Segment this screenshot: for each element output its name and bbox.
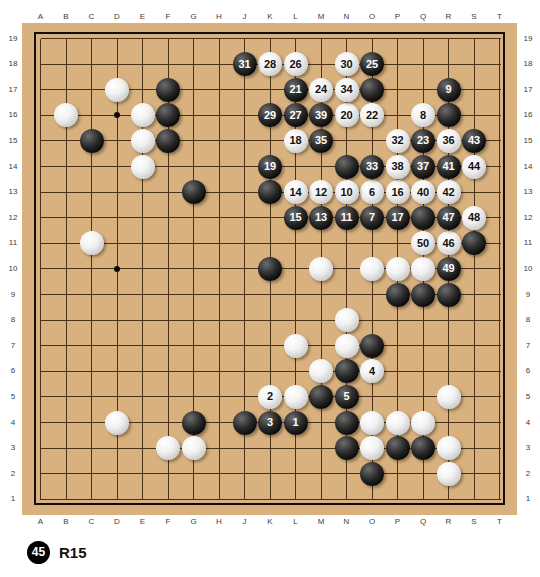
coordinate-label: 8 xyxy=(526,316,530,324)
coordinate-label: B xyxy=(63,518,68,526)
stone-black: 37 xyxy=(411,155,435,179)
coordinate-label: P xyxy=(395,518,400,526)
coordinate-label: H xyxy=(216,13,222,21)
grid-line-horizontal xyxy=(41,473,501,474)
coordinate-label: K xyxy=(267,13,272,21)
stone-number: 27 xyxy=(289,110,301,121)
coordinate-label: 3 xyxy=(11,444,15,452)
grid-line-vertical xyxy=(474,39,475,501)
stone-black: 15 xyxy=(284,206,308,230)
stone-white xyxy=(437,385,461,409)
stone-white: 10 xyxy=(335,180,359,204)
stone-white: 48 xyxy=(462,206,486,230)
stone-number: 4 xyxy=(369,366,375,377)
stone-black xyxy=(156,129,180,153)
coordinate-label: 7 xyxy=(11,342,15,350)
stone-white xyxy=(131,103,155,127)
stone-number: 12 xyxy=(315,187,327,198)
stone-number: 47 xyxy=(442,212,454,223)
coordinate-label: 19 xyxy=(524,35,533,43)
stone-number: 28 xyxy=(264,59,276,70)
stone-number: 6 xyxy=(369,187,375,198)
coordinate-label: O xyxy=(369,13,375,21)
stone-white: 16 xyxy=(386,180,410,204)
stone-white: 6 xyxy=(360,180,384,204)
coordinate-label: Q xyxy=(420,13,426,21)
stone-number: 31 xyxy=(238,59,250,70)
coordinate-label: 2 xyxy=(526,470,530,478)
grid-line-horizontal xyxy=(41,499,501,500)
stone-white: 14 xyxy=(284,180,308,204)
coordinate-label: 18 xyxy=(9,60,18,68)
coordinate-label: 11 xyxy=(9,239,17,247)
stone-number: 8 xyxy=(420,110,426,121)
stone-black xyxy=(437,283,461,307)
coordinate-label: 18 xyxy=(524,60,533,68)
stone-number: 49 xyxy=(442,263,454,274)
stone-white xyxy=(105,78,129,102)
stone-number: 13 xyxy=(315,212,327,223)
kifu-diagram: AABBCCDDEEFFGGHHJJKKLLMMNNOOPPQQRRSSTT19… xyxy=(0,0,540,577)
coordinate-label: S xyxy=(471,13,476,21)
coordinate-label: 4 xyxy=(526,419,530,427)
stone-number: 20 xyxy=(340,110,352,121)
stone-white xyxy=(411,257,435,281)
stone-black: 11 xyxy=(335,206,359,230)
stone-number: 10 xyxy=(340,187,352,198)
stone-black: 13 xyxy=(309,206,333,230)
stone-white: 38 xyxy=(386,155,410,179)
stone-number: 38 xyxy=(391,161,403,172)
coordinate-label: 15 xyxy=(9,137,18,145)
stone-number: 21 xyxy=(289,84,301,95)
grid-line-horizontal xyxy=(41,38,501,39)
coordinate-label: N xyxy=(344,13,350,21)
coordinate-label: 9 xyxy=(526,291,530,299)
coordinate-label: F xyxy=(166,13,171,21)
stone-white: 24 xyxy=(309,78,333,102)
stone-black: 5 xyxy=(335,385,359,409)
coordinate-label: 14 xyxy=(524,163,533,171)
stone-number: 19 xyxy=(264,161,276,172)
stone-black: 17 xyxy=(386,206,410,230)
coordinate-label: C xyxy=(89,13,95,21)
stone-white xyxy=(131,155,155,179)
stone-black xyxy=(335,155,359,179)
stone-black xyxy=(258,257,282,281)
coordinate-label: 1 xyxy=(526,495,530,503)
stone-number: 40 xyxy=(417,187,429,198)
stone-number: 39 xyxy=(315,110,327,121)
stone-black xyxy=(411,436,435,460)
coordinate-label: C xyxy=(89,518,95,526)
stone-number: 3 xyxy=(267,417,273,428)
stone-white xyxy=(284,334,308,358)
coordinate-label: K xyxy=(267,518,272,526)
stone-black xyxy=(80,129,104,153)
stone-number: 25 xyxy=(366,59,378,70)
stone-number: 46 xyxy=(442,238,454,249)
coordinate-label: J xyxy=(243,13,247,21)
stone-white xyxy=(284,385,308,409)
stone-black xyxy=(335,411,359,435)
coordinate-label: E xyxy=(140,13,145,21)
stone-number: 24 xyxy=(315,84,327,95)
stone-black: 31 xyxy=(233,52,257,76)
coordinate-label: J xyxy=(243,518,247,526)
stone-number: 22 xyxy=(366,110,378,121)
grid-line-horizontal xyxy=(41,320,501,321)
stone-black: 35 xyxy=(309,129,333,153)
stone-white: 42 xyxy=(437,180,461,204)
coordinate-label: F xyxy=(166,518,171,526)
stone-white xyxy=(386,411,410,435)
stone-white: 12 xyxy=(309,180,333,204)
coordinate-label: 12 xyxy=(524,214,533,222)
coordinate-label: 12 xyxy=(9,214,18,222)
coordinate-label: M xyxy=(318,518,325,526)
coordinate-label: O xyxy=(369,518,375,526)
stone-white: 32 xyxy=(386,129,410,153)
stone-black xyxy=(437,103,461,127)
stone-number: 34 xyxy=(340,84,352,95)
stone-white xyxy=(80,231,104,255)
stone-number: 30 xyxy=(340,59,352,70)
coordinate-label: 8 xyxy=(11,316,15,324)
stone-black: 49 xyxy=(437,257,461,281)
stone-black xyxy=(360,334,384,358)
stone-white xyxy=(360,411,384,435)
stone-white xyxy=(437,462,461,486)
stone-number: 43 xyxy=(468,135,480,146)
stone-black xyxy=(386,436,410,460)
coordinate-label: 16 xyxy=(9,111,18,119)
stone-white: 20 xyxy=(335,103,359,127)
stone-black xyxy=(309,385,333,409)
coordinate-label: M xyxy=(318,13,325,21)
coordinate-label: 9 xyxy=(11,291,15,299)
coordinate-label: H xyxy=(216,518,222,526)
coordinate-label: R xyxy=(446,13,452,21)
coordinate-label: 5 xyxy=(11,393,15,401)
caption-move-number: 45 xyxy=(32,545,45,559)
coordinate-label: N xyxy=(344,518,350,526)
caption-coordinate: R15 xyxy=(59,544,87,561)
stone-black xyxy=(182,411,206,435)
stone-number: 17 xyxy=(391,212,403,223)
stone-black: 23 xyxy=(411,129,435,153)
coordinate-label: T xyxy=(497,13,502,21)
coordinate-label: B xyxy=(63,13,68,21)
stone-white: 30 xyxy=(335,52,359,76)
stone-number: 7 xyxy=(369,212,375,223)
caption: 45 R15 xyxy=(27,540,87,564)
coordinate-label: 1 xyxy=(11,495,15,503)
stone-white xyxy=(411,411,435,435)
stone-black: 7 xyxy=(360,206,384,230)
coordinate-label: 17 xyxy=(524,86,533,94)
stone-number: 50 xyxy=(417,238,429,249)
coordinate-label: P xyxy=(395,13,400,21)
coordinate-label: D xyxy=(114,13,120,21)
stone-number: 36 xyxy=(442,135,454,146)
stone-white: 2 xyxy=(258,385,282,409)
stone-white xyxy=(335,334,359,358)
grid-line-vertical xyxy=(40,39,41,501)
grid-line-vertical xyxy=(219,39,220,501)
coordinate-label: R xyxy=(446,518,452,526)
stone-black xyxy=(360,462,384,486)
coordinate-label: 2 xyxy=(11,470,15,478)
stone-white xyxy=(437,436,461,460)
coordinate-label: Q xyxy=(420,518,426,526)
stone-number: 26 xyxy=(289,59,301,70)
coordinate-label: G xyxy=(190,13,196,21)
stone-number: 15 xyxy=(289,212,301,223)
stone-white xyxy=(182,436,206,460)
stone-white: 28 xyxy=(258,52,282,76)
stone-white xyxy=(156,436,180,460)
coordinate-label: D xyxy=(114,518,120,526)
star-point xyxy=(114,266,120,272)
coordinate-label: 7 xyxy=(526,342,530,350)
stone-black: 9 xyxy=(437,78,461,102)
stone-white: 36 xyxy=(437,129,461,153)
stone-number: 37 xyxy=(417,161,429,172)
stone-number: 14 xyxy=(289,187,301,198)
stone-number: 9 xyxy=(445,84,451,95)
grid-line-vertical xyxy=(499,39,500,501)
stone-number: 33 xyxy=(366,161,378,172)
stone-number: 35 xyxy=(315,135,327,146)
grid-line-vertical xyxy=(91,39,92,501)
stone-black: 27 xyxy=(284,103,308,127)
coordinate-label: 13 xyxy=(524,188,533,196)
coordinate-label: L xyxy=(293,518,297,526)
stone-black xyxy=(258,180,282,204)
coordinate-label: 10 xyxy=(524,265,533,273)
stone-white xyxy=(386,257,410,281)
stone-number: 5 xyxy=(343,391,349,402)
coordinate-label: A xyxy=(38,518,43,526)
stone-number: 32 xyxy=(391,135,403,146)
coordinate-label: 13 xyxy=(9,188,18,196)
stone-white: 26 xyxy=(284,52,308,76)
grid-line-horizontal xyxy=(41,371,501,372)
stone-black xyxy=(182,180,206,204)
stone-black: 1 xyxy=(284,411,308,435)
stone-black xyxy=(156,78,180,102)
stone-number: 16 xyxy=(391,187,403,198)
coordinate-label: 6 xyxy=(11,367,15,375)
coordinate-label: 16 xyxy=(524,111,533,119)
coordinate-label: T xyxy=(497,518,502,526)
caption-move-stone: 45 xyxy=(27,541,50,564)
stone-number: 29 xyxy=(264,110,276,121)
stone-black xyxy=(411,283,435,307)
stone-number: 23 xyxy=(417,135,429,146)
stone-number: 1 xyxy=(292,417,298,428)
stone-number: 42 xyxy=(442,187,454,198)
stone-white xyxy=(131,129,155,153)
stone-black xyxy=(360,78,384,102)
coordinate-label: 17 xyxy=(9,86,18,94)
coordinate-label: 10 xyxy=(9,265,18,273)
stone-white xyxy=(335,308,359,332)
stone-black: 33 xyxy=(360,155,384,179)
stone-black xyxy=(411,206,435,230)
stone-black: 21 xyxy=(284,78,308,102)
coordinate-label: A xyxy=(38,13,43,21)
coordinate-label: G xyxy=(190,518,196,526)
stone-white: 46 xyxy=(437,231,461,255)
coordinate-label: S xyxy=(471,518,476,526)
coordinate-label: 3 xyxy=(526,444,530,452)
stone-black: 3 xyxy=(258,411,282,435)
stone-black: 47 xyxy=(437,206,461,230)
stone-black xyxy=(386,283,410,307)
stone-white xyxy=(360,436,384,460)
coordinate-label: 11 xyxy=(524,239,532,247)
stone-number: 18 xyxy=(289,135,301,146)
coordinate-label: E xyxy=(140,518,145,526)
coordinate-label: L xyxy=(293,13,297,21)
coordinate-label: 5 xyxy=(526,393,530,401)
stone-black xyxy=(233,411,257,435)
stone-black: 41 xyxy=(437,155,461,179)
stone-white: 34 xyxy=(335,78,359,102)
stone-black: 19 xyxy=(258,155,282,179)
stone-black: 43 xyxy=(462,129,486,153)
stone-number: 41 xyxy=(442,161,454,172)
stone-white xyxy=(360,257,384,281)
stone-white: 18 xyxy=(284,129,308,153)
stone-number: 11 xyxy=(341,212,353,223)
grid-line-horizontal xyxy=(41,345,501,346)
coordinate-label: 19 xyxy=(9,35,18,43)
coordinate-label: 14 xyxy=(9,163,18,171)
stone-white xyxy=(309,257,333,281)
stone-white: 44 xyxy=(462,155,486,179)
stone-black xyxy=(335,436,359,460)
stone-number: 48 xyxy=(468,212,480,223)
stone-number: 2 xyxy=(267,391,273,402)
coordinate-label: 15 xyxy=(524,137,533,145)
stone-black xyxy=(335,359,359,383)
stone-white xyxy=(105,411,129,435)
coordinate-label: 4 xyxy=(11,419,15,427)
stone-number: 44 xyxy=(468,161,480,172)
stone-black: 25 xyxy=(360,52,384,76)
coordinate-label: 6 xyxy=(526,367,530,375)
stone-white: 40 xyxy=(411,180,435,204)
